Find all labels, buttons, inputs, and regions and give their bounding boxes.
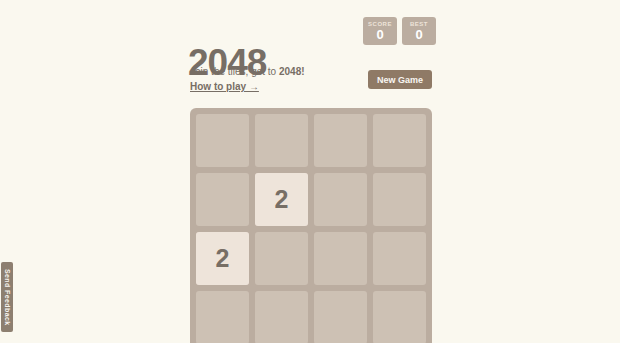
board-cell [314, 232, 367, 285]
best-value: 0 [415, 28, 422, 42]
subtitle-goal: 2048! [279, 66, 305, 77]
subtitle-text: Join the tiles, get to [190, 66, 279, 77]
board-cell [314, 173, 367, 226]
score-value: 0 [376, 28, 383, 42]
tile-2: 2 [255, 173, 308, 226]
send-feedback-label: Send Feedback [4, 269, 11, 326]
board-cell [255, 114, 308, 167]
board-cell: 2 [196, 232, 249, 285]
subtitle: Join the tiles, get to 2048! How to play… [190, 65, 305, 94]
best-box: BEST 0 [402, 17, 436, 45]
board-cell: 2 [255, 173, 308, 226]
board-cell [314, 291, 367, 343]
game-board: 22 [190, 108, 432, 343]
board-cell [255, 232, 308, 285]
board-cell [373, 291, 426, 343]
send-feedback-tab[interactable]: Send Feedback [1, 262, 13, 332]
board-cell [373, 173, 426, 226]
board-cell [373, 114, 426, 167]
board-cell [196, 291, 249, 343]
scoreboard: SCORE 0 BEST 0 [363, 17, 436, 45]
tile-2: 2 [196, 232, 249, 285]
board-cell [196, 173, 249, 226]
new-game-button[interactable]: New Game [368, 70, 432, 89]
score-box: SCORE 0 [363, 17, 397, 45]
board-cell [314, 114, 367, 167]
board-cell [373, 232, 426, 285]
how-to-play-link[interactable]: How to play → [190, 80, 259, 94]
board-cell [196, 114, 249, 167]
board-cell [255, 291, 308, 343]
